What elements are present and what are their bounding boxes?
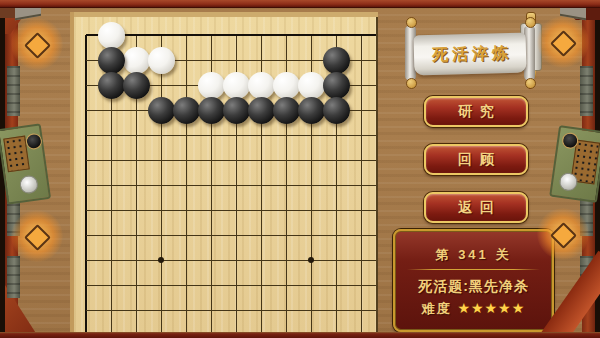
black-stone: [173, 97, 200, 124]
difficulty-label: 难度: [422, 301, 452, 316]
black-stone: [123, 72, 150, 99]
white-stone: [248, 72, 275, 99]
page-title: 死活淬炼: [428, 42, 513, 65]
title-scroll: 死活淬炼: [405, 22, 535, 86]
problem-text: 死活题:黑先净杀: [395, 278, 552, 296]
black-stone: [223, 97, 250, 124]
difficulty-stars: ★★★★★: [457, 300, 525, 316]
left-side-table: [0, 123, 51, 204]
difficulty-row: 难度 ★★★★★: [395, 300, 552, 318]
grid-line-vertical: [85, 35, 87, 332]
left-black-stone-bowl: [25, 132, 43, 150]
grid-line-horizontal: [86, 260, 376, 261]
grid-line-horizontal: [86, 235, 376, 236]
white-stone: [148, 47, 175, 74]
grid-line-horizontal: [86, 285, 376, 286]
black-stone: [273, 97, 300, 124]
back-button[interactable]: 返回: [424, 192, 528, 223]
grid-line-horizontal: [86, 210, 376, 211]
grid-line-vertical: [186, 35, 187, 332]
bottom-frame-bar: [0, 332, 600, 338]
white-stone: [198, 72, 225, 99]
black-stone: [248, 97, 275, 124]
white-stone: [123, 47, 150, 74]
black-stone: [323, 47, 350, 74]
right-stone-pillar: [580, 66, 593, 116]
white-stone: [273, 72, 300, 99]
black-stone: [323, 97, 350, 124]
black-stone: [148, 97, 175, 124]
grid-line-horizontal: [86, 185, 376, 186]
grid-line-horizontal: [86, 160, 376, 161]
black-stone: [98, 47, 125, 74]
review-button[interactable]: 回顾: [424, 144, 528, 175]
grid-line-horizontal: [86, 135, 376, 136]
star-point: [308, 257, 314, 263]
top-frame-bar: [0, 0, 600, 8]
star-point: [158, 257, 164, 263]
level-text: 第 341 关: [395, 246, 552, 264]
study-button-label: 研究: [450, 103, 502, 121]
grid-line-horizontal: [86, 310, 376, 311]
black-stone: [323, 72, 350, 99]
grid-line-horizontal: [86, 34, 376, 36]
study-button[interactable]: 研究: [424, 96, 528, 127]
level-info-panel: 第 341 关 死活题:黑先净杀 难度 ★★★★★: [393, 229, 554, 332]
left-stone-pillar: [7, 66, 20, 116]
black-stone: [298, 97, 325, 124]
white-stone: [223, 72, 250, 99]
review-button-label: 回顾: [450, 151, 502, 169]
left-white-stone-bowl: [19, 174, 39, 194]
white-stone: [98, 22, 125, 49]
left-stone-pillar: [7, 256, 20, 298]
go-board[interactable]: [74, 17, 376, 332]
grid-line-vertical: [161, 35, 162, 332]
app-window: 死活淬炼 研究 回顾 返回 第 341 关 死活题:黑先净杀 难度 ★★★★★: [0, 0, 600, 338]
back-button-label: 返回: [450, 199, 502, 217]
right-side-table: [549, 125, 600, 203]
white-stone: [298, 72, 325, 99]
scroll-paper: 死活淬炼: [413, 33, 526, 76]
black-stone: [198, 97, 225, 124]
panel-divider: [407, 269, 540, 270]
black-stone: [98, 72, 125, 99]
grid-line-vertical: [361, 35, 362, 332]
